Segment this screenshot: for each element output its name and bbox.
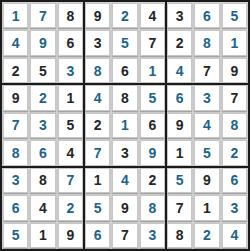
cell-r1c9[interactable]: 5 — [222, 3, 247, 28]
box-divider-horizontal-1 — [2, 83, 248, 85]
cell-r8c2[interactable]: 4 — [30, 195, 55, 220]
cell-r6c9[interactable]: 2 — [222, 140, 247, 165]
cell-r8c3[interactable]: 2 — [58, 195, 83, 220]
cell-r2c8[interactable]: 8 — [194, 30, 219, 55]
sudoku-grid: 1789243654963572812538614799214856377352… — [2, 2, 248, 249]
sudoku-board: 1789243654963572812538614799214856377352… — [0, 0, 250, 251]
cell-r3c2[interactable]: 5 — [30, 58, 55, 83]
cell-r7c3[interactable]: 7 — [58, 168, 83, 193]
cell-r6c2[interactable]: 6 — [30, 140, 55, 165]
cell-r2c3[interactable]: 6 — [58, 30, 83, 55]
cell-r3c6[interactable]: 1 — [140, 58, 165, 83]
cell-r4c6[interactable]: 5 — [140, 85, 165, 110]
cell-r1c5[interactable]: 2 — [112, 3, 137, 28]
cell-r2c6[interactable]: 7 — [140, 30, 165, 55]
cell-r3c8[interactable]: 7 — [194, 58, 219, 83]
cell-r6c4[interactable]: 7 — [85, 140, 110, 165]
cell-r3c9[interactable]: 9 — [222, 58, 247, 83]
cell-r8c4[interactable]: 5 — [85, 195, 110, 220]
cell-r5c2[interactable]: 3 — [30, 113, 55, 138]
cell-r7c2[interactable]: 8 — [30, 168, 55, 193]
cell-r1c3[interactable]: 8 — [58, 3, 83, 28]
cell-r3c1[interactable]: 2 — [3, 58, 28, 83]
cell-r5c3[interactable]: 5 — [58, 113, 83, 138]
cell-r8c8[interactable]: 1 — [194, 195, 219, 220]
cell-r5c6[interactable]: 6 — [140, 113, 165, 138]
cell-r6c8[interactable]: 5 — [194, 140, 219, 165]
cell-r5c7[interactable]: 9 — [167, 113, 192, 138]
cell-r9c3[interactable]: 9 — [58, 223, 83, 248]
cell-r8c9[interactable]: 3 — [222, 195, 247, 220]
cell-r2c1[interactable]: 4 — [3, 30, 28, 55]
cell-r1c2[interactable]: 7 — [30, 3, 55, 28]
cell-r5c8[interactable]: 4 — [194, 113, 219, 138]
cell-r6c5[interactable]: 3 — [112, 140, 137, 165]
cell-r4c2[interactable]: 2 — [30, 85, 55, 110]
cell-r6c1[interactable]: 8 — [3, 140, 28, 165]
cell-r6c6[interactable]: 9 — [140, 140, 165, 165]
cell-r9c5[interactable]: 7 — [112, 223, 137, 248]
cell-r9c8[interactable]: 2 — [194, 223, 219, 248]
cell-r7c5[interactable]: 4 — [112, 168, 137, 193]
cell-r9c7[interactable]: 8 — [167, 223, 192, 248]
cell-r8c6[interactable]: 8 — [140, 195, 165, 220]
cell-r5c5[interactable]: 1 — [112, 113, 137, 138]
cell-r5c9[interactable]: 8 — [222, 113, 247, 138]
cell-r3c7[interactable]: 4 — [167, 58, 192, 83]
cell-r4c1[interactable]: 9 — [3, 85, 28, 110]
cell-r7c7[interactable]: 5 — [167, 168, 192, 193]
cell-r4c9[interactable]: 7 — [222, 85, 247, 110]
cell-r7c1[interactable]: 3 — [3, 168, 28, 193]
cell-r7c8[interactable]: 9 — [194, 168, 219, 193]
cell-r9c6[interactable]: 3 — [140, 223, 165, 248]
cell-r9c1[interactable]: 5 — [3, 223, 28, 248]
cell-r8c1[interactable]: 6 — [3, 195, 28, 220]
box-divider-vertical-1 — [83, 2, 85, 249]
cell-r8c7[interactable]: 7 — [167, 195, 192, 220]
cell-r6c7[interactable]: 1 — [167, 140, 192, 165]
cell-r7c6[interactable]: 2 — [140, 168, 165, 193]
cell-r4c4[interactable]: 4 — [85, 85, 110, 110]
cell-r3c5[interactable]: 6 — [112, 58, 137, 83]
cell-r2c7[interactable]: 2 — [167, 30, 192, 55]
cell-r7c4[interactable]: 1 — [85, 168, 110, 193]
cell-r2c9[interactable]: 1 — [222, 30, 247, 55]
cell-r2c2[interactable]: 9 — [30, 30, 55, 55]
cell-r1c8[interactable]: 6 — [194, 3, 219, 28]
cell-r9c4[interactable]: 6 — [85, 223, 110, 248]
cell-r2c5[interactable]: 5 — [112, 30, 137, 55]
cell-r4c8[interactable]: 3 — [194, 85, 219, 110]
cell-r1c7[interactable]: 3 — [167, 3, 192, 28]
box-divider-vertical-2 — [165, 2, 167, 249]
cell-r8c5[interactable]: 9 — [112, 195, 137, 220]
cell-r1c6[interactable]: 4 — [140, 3, 165, 28]
cell-r9c2[interactable]: 1 — [30, 223, 55, 248]
cell-r1c4[interactable]: 9 — [85, 3, 110, 28]
box-divider-horizontal-2 — [2, 166, 248, 168]
cell-r4c7[interactable]: 6 — [167, 85, 192, 110]
cell-r3c4[interactable]: 8 — [85, 58, 110, 83]
cell-r6c3[interactable]: 4 — [58, 140, 83, 165]
cell-r2c4[interactable]: 3 — [85, 30, 110, 55]
cell-r5c4[interactable]: 2 — [85, 113, 110, 138]
cell-r1c1[interactable]: 1 — [3, 3, 28, 28]
cell-r4c3[interactable]: 1 — [58, 85, 83, 110]
cell-r9c9[interactable]: 4 — [222, 223, 247, 248]
cell-r3c3[interactable]: 3 — [58, 58, 83, 83]
cell-r4c5[interactable]: 8 — [112, 85, 137, 110]
cell-r7c9[interactable]: 6 — [222, 168, 247, 193]
cell-r5c1[interactable]: 7 — [3, 113, 28, 138]
